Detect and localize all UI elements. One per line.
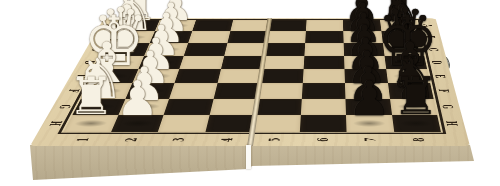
file-label-1: 1 — [70, 136, 96, 144]
rank-label-left-A: A — [100, 23, 120, 28]
rank-label-right-F: F — [433, 87, 454, 94]
rank-label-left-G: G — [53, 103, 77, 110]
rank-label-right-B: B — [421, 34, 440, 39]
file-label-2: 2 — [119, 136, 144, 144]
file-label-7: 7 — [360, 136, 382, 144]
rank-label-right-E: E — [430, 73, 451, 79]
rank-label-right-D: D — [427, 59, 447, 65]
board-tilt: AABBCCDDEEFFGGHH12345678 — [30, 18, 470, 146]
photo-scene: AABBCCDDEEFFGGHH12345678 ♜♞♝♛♚♝♞♜♟♟♟♟♟♟♟… — [0, 0, 500, 186]
file-label-5: 5 — [264, 136, 287, 144]
rank-label-right-H: H — [440, 119, 463, 127]
file-label-3: 3 — [167, 136, 191, 144]
fold-gap-front — [246, 145, 251, 169]
board-perspective-wrap: AABBCCDDEEFFGGHH12345678 — [30, 0, 470, 146]
rank-label-right-A: A — [419, 23, 437, 28]
rank-label-left-H: H — [43, 119, 68, 127]
chessboard: AABBCCDDEEFFGGHH12345678 — [30, 18, 470, 146]
rank-label-right-C: C — [424, 47, 443, 53]
rank-label-left-E: E — [70, 73, 93, 79]
rank-label-left-F: F — [62, 87, 85, 94]
rank-label-left-B: B — [93, 34, 113, 39]
file-label-4: 4 — [215, 136, 238, 144]
rank-label-right-G: G — [436, 103, 458, 110]
file-label-8: 8 — [407, 136, 430, 144]
rank-label-left-D: D — [78, 59, 100, 65]
rank-label-left-C: C — [86, 47, 107, 53]
file-label-6: 6 — [312, 136, 334, 144]
